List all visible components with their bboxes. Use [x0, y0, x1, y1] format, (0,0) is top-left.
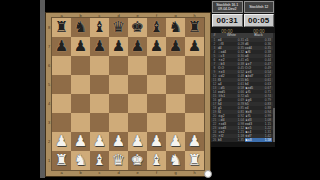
square-b5[interactable] [71, 75, 90, 94]
white-rook[interactable]: ♜ [55, 151, 68, 170]
file-label: c [90, 169, 109, 176]
square-e8[interactable]: ♚ [128, 18, 147, 37]
square-a6[interactable] [52, 56, 71, 75]
square-f1[interactable]: ♝ [147, 151, 166, 170]
white-move[interactable]: b3 [218, 138, 234, 142]
square-e7[interactable]: ♟ [128, 37, 147, 56]
file-label: d [109, 169, 128, 176]
square-h7[interactable]: ♟ [185, 37, 204, 56]
square-h5[interactable] [185, 75, 204, 94]
black-pawn[interactable]: ♟ [55, 37, 68, 56]
square-f7[interactable]: ♟ [147, 37, 166, 56]
square-h4[interactable] [185, 94, 204, 113]
square-e1[interactable]: ♚ [128, 151, 147, 170]
move-rows[interactable]: 1e40.31c50.332♘f30.28d60.363d40.35cxd40.… [211, 38, 273, 142]
black-pawn[interactable]: ♟ [112, 37, 125, 56]
square-a5[interactable] [52, 75, 71, 94]
black-pawn[interactable]: ♟ [131, 37, 144, 56]
white-pawn[interactable]: ♟ [55, 132, 68, 151]
square-h1[interactable]: ♜ [185, 151, 204, 170]
black-move[interactable]: ♞a3 [245, 138, 261, 142]
white-pawn[interactable]: ♟ [188, 132, 201, 151]
square-g1[interactable]: ♞ [166, 151, 185, 170]
square-d5[interactable] [109, 75, 128, 94]
square-c4[interactable] [90, 94, 109, 113]
engine-panel: Stockfish 16.1 09-04-Dev2 Stockfish 12 0… [211, 0, 275, 147]
white-pawn[interactable]: ♟ [93, 132, 106, 151]
square-f3[interactable] [147, 113, 166, 132]
white-knight[interactable]: ♞ [74, 151, 87, 170]
square-h2[interactable]: ♟ [185, 132, 204, 151]
white-clock: 00:31 [212, 14, 243, 27]
square-c3[interactable] [90, 113, 109, 132]
square-f4[interactable] [147, 94, 166, 113]
square-a3[interactable] [52, 113, 71, 132]
clocks-row: 00:31 00:05 [211, 13, 275, 28]
square-e2[interactable]: ♟ [128, 132, 147, 151]
white-pawn[interactable]: ♟ [131, 132, 144, 151]
square-e5[interactable] [128, 75, 147, 94]
square-e3[interactable] [128, 113, 147, 132]
square-a7[interactable]: ♟ [52, 37, 71, 56]
square-g8[interactable]: ♞ [166, 18, 185, 37]
black-eval[interactable]: 1.58 [261, 138, 272, 142]
square-g4[interactable] [166, 94, 185, 113]
move-list-scrollbar[interactable] [273, 33, 275, 142]
square-e4[interactable] [128, 94, 147, 113]
square-h8[interactable]: ♜ [185, 18, 204, 37]
white-rook[interactable]: ♜ [188, 151, 201, 170]
file-label: e [128, 169, 147, 176]
black-rook[interactable]: ♜ [55, 18, 68, 37]
scrollbar-thumb[interactable] [273, 108, 275, 142]
file-label: f [147, 169, 166, 176]
square-b4[interactable] [71, 94, 90, 113]
square-b6[interactable] [71, 56, 90, 75]
square-b1[interactable]: ♞ [71, 151, 90, 170]
square-e6[interactable] [128, 56, 147, 75]
black-knight[interactable]: ♞ [74, 18, 87, 37]
square-d6[interactable] [109, 56, 128, 75]
black-pawn[interactable]: ♟ [169, 37, 182, 56]
square-a1[interactable]: ♜ [52, 151, 71, 170]
move-row[interactable]: 26b31.35♞a31.58 [211, 138, 273, 142]
square-c6[interactable] [90, 56, 109, 75]
black-king[interactable]: ♚ [131, 18, 144, 37]
square-b7[interactable]: ♟ [71, 37, 90, 56]
white-pawn[interactable]: ♟ [150, 132, 163, 151]
square-f8[interactable]: ♝ [147, 18, 166, 37]
square-b8[interactable]: ♞ [71, 18, 90, 37]
square-g5[interactable] [166, 75, 185, 94]
square-c1[interactable]: ♝ [90, 151, 109, 170]
white-king[interactable]: ♚ [131, 151, 144, 170]
file-label: h [185, 169, 204, 176]
black-name: Stockfish 12 [249, 5, 268, 9]
black-player-name[interactable]: Stockfish 12 [244, 1, 275, 13]
white-eval[interactable]: 1.35 [234, 138, 245, 142]
square-c2[interactable]: ♟ [90, 132, 109, 151]
square-a2[interactable]: ♟ [52, 132, 71, 151]
square-h6[interactable] [185, 56, 204, 75]
move-list-table[interactable]: # White Black 1e40.31c50.332♘f30.28d60.3… [211, 33, 273, 142]
white-pawn[interactable]: ♟ [169, 132, 182, 151]
square-b2[interactable]: ♟ [71, 132, 90, 151]
black-pawn[interactable]: ♟ [74, 37, 87, 56]
square-c7[interactable]: ♟ [90, 37, 109, 56]
square-g6[interactable] [166, 56, 185, 75]
black-pawn[interactable]: ♟ [150, 37, 163, 56]
white-queen[interactable]: ♛ [112, 151, 125, 170]
white-name-line2: 09-04-Dev2 [218, 7, 236, 11]
square-f6[interactable] [147, 56, 166, 75]
square-g7[interactable]: ♟ [166, 37, 185, 56]
black-bishop[interactable]: ♝ [150, 18, 163, 37]
white-bishop[interactable]: ♝ [150, 151, 163, 170]
black-rook[interactable]: ♜ [188, 18, 201, 37]
square-d2[interactable]: ♟ [109, 132, 128, 151]
white-pawn[interactable]: ♟ [112, 132, 125, 151]
square-c5[interactable] [90, 75, 109, 94]
square-g3[interactable] [166, 113, 185, 132]
square-d3[interactable] [109, 113, 128, 132]
white-knight[interactable]: ♞ [169, 151, 182, 170]
black-clock: 00:05 [244, 14, 275, 27]
white-pawn[interactable]: ♟ [74, 132, 87, 151]
player-names-row: Stockfish 16.1 09-04-Dev2 Stockfish 12 [211, 0, 275, 13]
file-labels-bottom: abcdefgh [52, 169, 204, 176]
black-pawn[interactable]: ♟ [188, 37, 201, 56]
black-bishop[interactable]: ♝ [93, 18, 106, 37]
square-g2[interactable]: ♟ [166, 132, 185, 151]
square-h3[interactable] [185, 113, 204, 132]
square-d8[interactable]: ♛ [109, 18, 128, 37]
move-number[interactable]: 26 [211, 138, 218, 142]
square-d4[interactable] [109, 94, 128, 113]
white-player-name[interactable]: Stockfish 16.1 09-04-Dev2 [212, 1, 243, 13]
file-label: b [71, 169, 90, 176]
black-queen[interactable]: ♛ [112, 18, 125, 37]
square-b3[interactable] [71, 113, 90, 132]
square-a4[interactable] [52, 94, 71, 113]
board-squares[interactable]: ♜♞♝♛♚♝♞♜♟♟♟♟♟♟♟♟♟♟♟♟♟♟♟♟♜♞♝♛♚♝♞♜ [52, 18, 204, 170]
chess-board[interactable]: abcdefgh abcdefgh 87654321 ♜♞♝♛♚♝♞♜♟♟♟♟♟… [45, 12, 211, 177]
white-bishop[interactable]: ♝ [93, 151, 106, 170]
square-d7[interactable]: ♟ [109, 37, 128, 56]
file-label: g [166, 169, 185, 176]
black-pawn[interactable]: ♟ [93, 37, 106, 56]
black-knight[interactable]: ♞ [169, 18, 182, 37]
square-f5[interactable] [147, 75, 166, 94]
square-a8[interactable]: ♜ [52, 18, 71, 37]
square-f2[interactable]: ♟ [147, 132, 166, 151]
side-to-move-indicator [204, 170, 212, 178]
square-c8[interactable]: ♝ [90, 18, 109, 37]
file-label: a [52, 169, 71, 176]
square-d1[interactable]: ♛ [109, 151, 128, 170]
